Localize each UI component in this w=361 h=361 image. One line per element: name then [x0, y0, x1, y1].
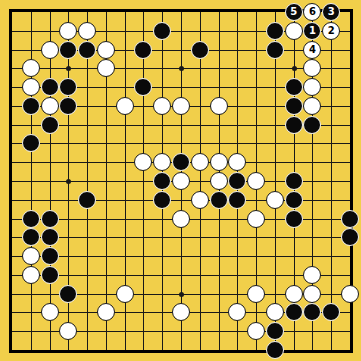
stone-white — [172, 97, 190, 115]
stone-black — [41, 78, 59, 96]
stone-black — [191, 41, 209, 59]
stone-black — [41, 228, 59, 246]
move-number-label: 6 — [309, 7, 316, 17]
stone-black — [59, 41, 77, 59]
stone-white — [191, 153, 209, 171]
stone-white — [41, 97, 59, 115]
stone-black — [78, 41, 96, 59]
stone-white — [285, 22, 303, 40]
go-board-screenshot: 563124 — [0, 0, 361, 361]
stone-white — [22, 59, 40, 77]
stone-white — [22, 266, 40, 284]
stone-black — [134, 41, 152, 59]
stone-white — [116, 97, 134, 115]
stone-white — [97, 41, 115, 59]
move-number-label: 4 — [309, 45, 316, 55]
stone-black — [266, 341, 284, 359]
stone-white — [266, 191, 284, 209]
grid-line-horizontal — [12, 237, 350, 238]
grid-line-horizontal — [12, 275, 350, 276]
stone-black — [41, 266, 59, 284]
stone-white — [172, 172, 190, 190]
move-number-label: 1 — [309, 26, 316, 36]
stone-white — [153, 97, 171, 115]
stone-white — [41, 303, 59, 321]
move-number-label: 3 — [328, 7, 335, 17]
stone-white — [285, 285, 303, 303]
stone-white — [341, 285, 359, 303]
stone-black — [285, 97, 303, 115]
stone-white — [210, 172, 228, 190]
stone-white — [78, 22, 96, 40]
stone-black — [285, 172, 303, 190]
stone-black — [153, 22, 171, 40]
stone-white — [210, 97, 228, 115]
stone-white — [41, 41, 59, 59]
stone-white — [191, 191, 209, 209]
move-number-label: 5 — [290, 7, 297, 17]
stone-black — [341, 210, 359, 228]
stone-white — [116, 285, 134, 303]
stone-white — [22, 247, 40, 265]
grid-line-vertical — [200, 12, 201, 350]
stone-black — [285, 210, 303, 228]
grid-line-vertical — [331, 12, 332, 350]
move-5-stone: 5 — [285, 3, 303, 21]
stone-black — [59, 285, 77, 303]
stone-white — [210, 153, 228, 171]
stone-white — [59, 22, 77, 40]
stone-black — [341, 228, 359, 246]
stone-black — [78, 191, 96, 209]
go-board[interactable]: 563124 — [0, 0, 361, 361]
stone-white — [22, 78, 40, 96]
stone-white — [247, 285, 265, 303]
move-2-stone: 2 — [322, 22, 340, 40]
stone-black — [266, 41, 284, 59]
move-number-label: 2 — [328, 26, 335, 36]
move-4-stone: 4 — [303, 41, 321, 59]
stone-black — [210, 191, 228, 209]
stone-white — [172, 210, 190, 228]
stone-black — [41, 210, 59, 228]
grid-line-horizontal — [12, 256, 350, 257]
stone-black — [266, 22, 284, 40]
stone-black — [22, 210, 40, 228]
stone-black — [153, 191, 171, 209]
stone-white — [247, 210, 265, 228]
grid-line-vertical — [275, 12, 276, 350]
stone-black — [41, 247, 59, 265]
stone-black — [22, 97, 40, 115]
stone-black — [41, 116, 59, 134]
stone-black — [285, 191, 303, 209]
stone-black — [285, 78, 303, 96]
star-point — [179, 292, 184, 297]
stone-black — [285, 116, 303, 134]
